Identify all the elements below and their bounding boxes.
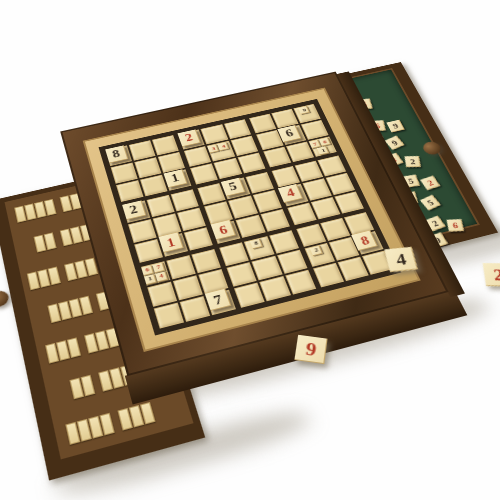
tile-1[interactable]: 1	[158, 232, 183, 252]
pencil-tile-1[interactable]: 1	[317, 146, 329, 155]
tile-7[interactable]: 7	[205, 289, 231, 311]
tile-stack[interactable]	[69, 375, 95, 400]
loose-tile-2[interactable]: 2	[483, 263, 500, 287]
cell-r6c3	[184, 227, 213, 250]
tile-stack[interactable]	[65, 413, 114, 445]
cell-r3c1	[116, 180, 144, 202]
pencil-cluster: 9	[294, 105, 319, 123]
cell-r6c4: 6	[211, 220, 240, 243]
tile-8[interactable]: 8	[105, 145, 128, 163]
cell-r3c2	[140, 175, 168, 197]
cell-r3c4	[191, 163, 219, 184]
tile-stack[interactable]	[34, 232, 57, 252]
drawer-tile-2[interactable]: 2	[404, 156, 420, 167]
tile-stack[interactable]	[117, 402, 155, 431]
pencil-tile-2[interactable]: 2	[310, 245, 323, 255]
pencil-cluster: 6714	[142, 262, 169, 285]
pencil-tile-4[interactable]: 4	[155, 271, 168, 282]
pencil-cluster: 761	[310, 137, 336, 156]
pencil-tile-6[interactable]: 6	[319, 138, 331, 147]
tile-6[interactable]: 6	[211, 220, 236, 240]
cell-r6c1	[134, 239, 163, 263]
tile-stack-row-7	[65, 402, 155, 445]
tile-stack[interactable]	[27, 266, 61, 290]
drawer-tile-6[interactable]: 6	[446, 219, 464, 232]
box-7: 67147	[141, 249, 236, 329]
cell-r9c6	[285, 270, 316, 295]
tile-stack[interactable]	[64, 258, 98, 281]
left-drawer-knob[interactable]	[0, 289, 10, 309]
cell-r9c1	[154, 302, 184, 328]
loose-tile-9[interactable]: 9	[294, 335, 327, 364]
tile-stack-row-3	[27, 258, 98, 291]
tile-stack[interactable]	[47, 296, 93, 323]
scene: 5546949682652659269 81234967612156467147…	[60, 72, 448, 377]
pencil-tile-9[interactable]: 9	[298, 106, 310, 114]
cell-r3c6	[237, 153, 265, 174]
tile-stack[interactable]	[14, 199, 56, 223]
tile-2[interactable]: 2	[122, 200, 146, 219]
pencil-tile-4[interactable]: 4	[218, 142, 230, 151]
cell-r9c3: 7	[206, 289, 237, 315]
loose-tile-4[interactable]: 4	[384, 247, 417, 272]
tile-2[interactable]: 2	[177, 129, 200, 146]
cell-r3c3: 1	[164, 169, 192, 191]
cell-r6c2: 1	[159, 233, 188, 257]
pencil-cluster: 2	[305, 244, 333, 266]
pencil-tile-8[interactable]: 8	[250, 239, 263, 249]
product-photo: 5546949682652659269 81234967612156467147…	[0, 0, 500, 500]
tile-5[interactable]: 5	[221, 178, 246, 197]
tile-1[interactable]: 1	[163, 169, 187, 188]
tile-stack[interactable]	[45, 337, 81, 363]
pencil-cluster: 34	[209, 142, 234, 161]
tile-4[interactable]: 4	[278, 184, 303, 203]
cell-r6c6	[260, 209, 289, 232]
pencil-cluster: 8	[245, 237, 272, 259]
